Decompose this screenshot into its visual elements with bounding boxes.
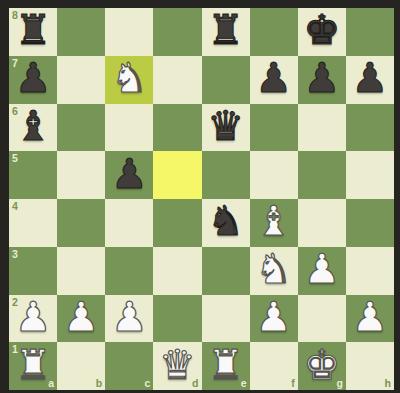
square-e2[interactable] xyxy=(202,295,250,343)
square-f2[interactable]: ♟ xyxy=(250,295,298,343)
piece-black-pawn[interactable]: ♟ xyxy=(111,154,148,195)
piece-black-pawn[interactable]: ♟ xyxy=(255,58,292,99)
square-b1[interactable]: b xyxy=(57,342,105,390)
square-d8[interactable] xyxy=(153,8,201,56)
piece-white-rook[interactable]: ♜ xyxy=(15,345,52,386)
square-h3[interactable] xyxy=(346,247,394,295)
piece-white-pawn[interactable]: ♟ xyxy=(63,297,100,338)
piece-white-queen[interactable]: ♛ xyxy=(159,345,196,386)
square-c3[interactable] xyxy=(105,247,153,295)
piece-white-pawn[interactable]: ♟ xyxy=(111,297,148,338)
square-g3[interactable]: ♟ xyxy=(298,247,346,295)
square-c7[interactable]: ♞ xyxy=(105,56,153,104)
square-h1[interactable]: h xyxy=(346,342,394,390)
square-h4[interactable] xyxy=(346,199,394,247)
square-f3[interactable]: ♞ xyxy=(250,247,298,295)
square-a1[interactable]: 1a♜ xyxy=(9,342,57,390)
square-e1[interactable]: e♜ xyxy=(202,342,250,390)
file-label-f: f xyxy=(291,378,295,389)
square-g2[interactable] xyxy=(298,295,346,343)
piece-white-king[interactable]: ♚ xyxy=(303,345,340,386)
square-e7[interactable] xyxy=(202,56,250,104)
square-b5[interactable] xyxy=(57,151,105,199)
piece-black-pawn[interactable]: ♟ xyxy=(15,58,52,99)
square-g5[interactable] xyxy=(298,151,346,199)
square-h7[interactable]: ♟ xyxy=(346,56,394,104)
square-c8[interactable] xyxy=(105,8,153,56)
square-f6[interactable] xyxy=(250,104,298,152)
square-b6[interactable] xyxy=(57,104,105,152)
piece-black-rook[interactable]: ♜ xyxy=(207,10,244,51)
square-d2[interactable] xyxy=(153,295,201,343)
square-a8[interactable]: 8♜ xyxy=(9,8,57,56)
square-d5[interactable] xyxy=(153,151,201,199)
square-a6[interactable]: 6♝ xyxy=(9,104,57,152)
file-label-h: h xyxy=(385,378,391,389)
piece-black-pawn[interactable]: ♟ xyxy=(303,58,340,99)
piece-white-pawn[interactable]: ♟ xyxy=(352,297,389,338)
square-e4[interactable]: ♞ xyxy=(202,199,250,247)
square-e6[interactable]: ♛ xyxy=(202,104,250,152)
square-b4[interactable] xyxy=(57,199,105,247)
square-h5[interactable] xyxy=(346,151,394,199)
piece-white-rook[interactable]: ♜ xyxy=(207,345,244,386)
rank-label-4: 4 xyxy=(12,201,18,212)
square-c4[interactable] xyxy=(105,199,153,247)
piece-white-pawn[interactable]: ♟ xyxy=(15,297,52,338)
square-h2[interactable]: ♟ xyxy=(346,295,394,343)
piece-black-queen[interactable]: ♛ xyxy=(207,106,244,147)
piece-black-king[interactable]: ♚ xyxy=(303,10,340,51)
square-d7[interactable] xyxy=(153,56,201,104)
square-d1[interactable]: d♛ xyxy=(153,342,201,390)
square-g4[interactable] xyxy=(298,199,346,247)
square-b2[interactable]: ♟ xyxy=(57,295,105,343)
square-h6[interactable] xyxy=(346,104,394,152)
square-g6[interactable] xyxy=(298,104,346,152)
square-g7[interactable]: ♟ xyxy=(298,56,346,104)
square-d3[interactable] xyxy=(153,247,201,295)
square-a7[interactable]: 7♟ xyxy=(9,56,57,104)
square-g8[interactable]: ♚ xyxy=(298,8,346,56)
square-e8[interactable]: ♜ xyxy=(202,8,250,56)
square-e5[interactable] xyxy=(202,151,250,199)
piece-black-bishop[interactable]: ♝ xyxy=(15,106,52,147)
square-a3[interactable]: 3 xyxy=(9,247,57,295)
piece-white-knight[interactable]: ♞ xyxy=(255,249,292,290)
piece-black-pawn[interactable]: ♟ xyxy=(352,58,389,99)
square-c2[interactable]: ♟ xyxy=(105,295,153,343)
piece-black-knight[interactable]: ♞ xyxy=(207,201,244,242)
square-a4[interactable]: 4 xyxy=(9,199,57,247)
square-b8[interactable] xyxy=(57,8,105,56)
chess-board: 8♜♜♚7♟♞♟♟♟6♝♛5♟4♞♝3♞♟2♟♟♟♟♟1a♜bcd♛e♜fg♚h xyxy=(9,8,394,390)
square-c1[interactable]: c xyxy=(105,342,153,390)
square-c5[interactable]: ♟ xyxy=(105,151,153,199)
piece-white-pawn[interactable]: ♟ xyxy=(255,297,292,338)
square-d4[interactable] xyxy=(153,199,201,247)
square-b7[interactable] xyxy=(57,56,105,104)
square-d6[interactable] xyxy=(153,104,201,152)
piece-white-knight[interactable]: ♞ xyxy=(111,58,148,99)
square-f7[interactable]: ♟ xyxy=(250,56,298,104)
chess-board-frame: 8♜♜♚7♟♞♟♟♟6♝♛5♟4♞♝3♞♟2♟♟♟♟♟1a♜bcd♛e♜fg♚h xyxy=(0,0,400,393)
square-f4[interactable]: ♝ xyxy=(250,199,298,247)
piece-black-rook[interactable]: ♜ xyxy=(15,10,52,51)
square-g1[interactable]: g♚ xyxy=(298,342,346,390)
rank-label-3: 3 xyxy=(12,249,18,260)
piece-white-bishop[interactable]: ♝ xyxy=(255,201,292,242)
piece-white-pawn[interactable]: ♟ xyxy=(303,249,340,290)
square-e3[interactable] xyxy=(202,247,250,295)
square-a5[interactable]: 5 xyxy=(9,151,57,199)
square-a2[interactable]: 2♟ xyxy=(9,295,57,343)
rank-label-5: 5 xyxy=(12,153,18,164)
square-c6[interactable] xyxy=(105,104,153,152)
file-label-c: c xyxy=(145,378,151,389)
file-label-b: b xyxy=(96,378,102,389)
square-f5[interactable] xyxy=(250,151,298,199)
square-h8[interactable] xyxy=(346,8,394,56)
square-f8[interactable] xyxy=(250,8,298,56)
square-f1[interactable]: f xyxy=(250,342,298,390)
square-b3[interactable] xyxy=(57,247,105,295)
